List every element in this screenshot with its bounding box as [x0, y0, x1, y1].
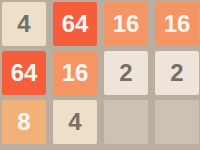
tile-64: 64 [2, 51, 46, 95]
tile-16: 16 [104, 2, 148, 46]
empty-cell [104, 100, 148, 144]
tile-64: 64 [53, 2, 97, 46]
game-board-2048[interactable]: 464161664162284 [0, 0, 200, 150]
tile-16: 16 [53, 51, 97, 95]
tile-2: 2 [104, 51, 148, 95]
tile-8: 8 [2, 100, 46, 144]
tile-4: 4 [2, 2, 46, 46]
tile-16: 16 [155, 2, 199, 46]
empty-cell [155, 100, 199, 144]
tile-2: 2 [155, 51, 199, 95]
tile-4: 4 [53, 100, 97, 144]
